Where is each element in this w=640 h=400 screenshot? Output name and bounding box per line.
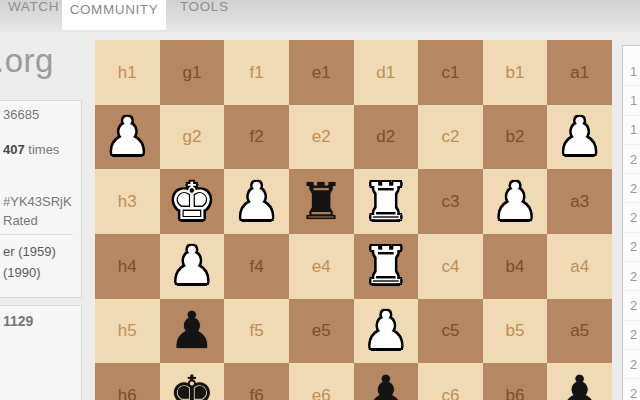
square-c1[interactable]: c1: [418, 40, 483, 105]
square-label: a3: [570, 193, 589, 210]
move-list-panel: 111222222222: [622, 45, 640, 400]
game-id-link[interactable]: #YK43SRjK: [3, 194, 72, 209]
square-h2[interactable]: ♟: [95, 105, 160, 170]
square-c5[interactable]: c5: [418, 299, 483, 364]
square-h6[interactable]: h6: [95, 363, 160, 400]
square-label: f5: [249, 322, 263, 339]
move-row[interactable]: 1: [623, 57, 640, 86]
move-number: 1: [623, 93, 637, 108]
move-number: 2: [623, 210, 637, 225]
move-row[interactable]: 1: [623, 86, 640, 115]
move-number: 2: [623, 181, 637, 196]
piece-white-rook: ♜: [363, 170, 409, 234]
square-label: h3: [118, 193, 137, 210]
square-f3[interactable]: ♟: [224, 169, 289, 234]
move-row[interactable]: 2: [623, 321, 640, 350]
square-label: c4: [441, 258, 459, 275]
piece-black-rook: ♜: [298, 170, 344, 234]
square-g6[interactable]: ♚: [160, 363, 225, 400]
move-row[interactable]: 2: [623, 233, 640, 262]
move-row[interactable]: 2: [623, 379, 640, 400]
square-label: a1: [570, 64, 589, 81]
square-label: f1: [249, 64, 263, 81]
analysis-box: 1129: [0, 305, 82, 400]
move-row[interactable]: 2: [623, 203, 640, 232]
piece-white-pawn: ♟: [169, 234, 215, 298]
square-e1[interactable]: e1: [289, 40, 354, 105]
piece-white-king: ♚: [169, 170, 215, 234]
square-g4[interactable]: ♟: [160, 234, 225, 299]
square-d1[interactable]: d1: [354, 40, 419, 105]
move-row[interactable]: 2: [623, 350, 640, 379]
square-a2[interactable]: ♟: [547, 105, 612, 170]
piece-black-king: ♚: [169, 363, 215, 400]
square-g2[interactable]: g2: [160, 105, 225, 170]
piece-black-pawn: ♟: [169, 299, 215, 363]
times-suffix: times: [25, 142, 60, 157]
square-h1[interactable]: h1: [95, 40, 160, 105]
move-number: 2: [623, 386, 637, 400]
square-label: h6: [118, 387, 137, 400]
square-e4[interactable]: e4: [289, 234, 354, 299]
square-c2[interactable]: c2: [418, 105, 483, 170]
move-row[interactable]: 1: [623, 116, 640, 145]
square-f2[interactable]: f2: [224, 105, 289, 170]
square-label: e4: [312, 258, 331, 275]
square-e2[interactable]: e2: [289, 105, 354, 170]
square-label: c3: [441, 193, 459, 210]
square-a6[interactable]: ♟: [547, 363, 612, 400]
piece-white-rook: ♜: [363, 234, 409, 298]
square-a1[interactable]: a1: [547, 40, 612, 105]
move-number: 2: [623, 239, 637, 254]
square-f5[interactable]: f5: [224, 299, 289, 364]
times-text: 407 times: [3, 142, 59, 157]
square-b6[interactable]: b6: [483, 363, 548, 400]
square-d6[interactable]: ♟: [354, 363, 419, 400]
square-b2[interactable]: b2: [483, 105, 548, 170]
square-a3[interactable]: a3: [547, 169, 612, 234]
square-label: e6: [312, 387, 331, 400]
square-b5[interactable]: b5: [483, 299, 548, 364]
move-row[interactable]: 2: [623, 291, 640, 320]
square-d2[interactable]: d2: [354, 105, 419, 170]
square-label: e2: [312, 128, 331, 145]
views-link[interactable]: 36685: [3, 107, 39, 122]
square-label: g1: [182, 64, 201, 81]
nav-item-watch[interactable]: WATCH: [8, 0, 59, 17]
square-e3[interactable]: ♜: [289, 169, 354, 234]
square-label: e1: [312, 64, 331, 81]
square-label: a4: [570, 258, 589, 275]
square-label: b2: [506, 128, 525, 145]
square-label: b6: [506, 387, 525, 400]
nav-item-community[interactable]: COMMUNITY: [70, 0, 159, 20]
square-label: f2: [249, 128, 263, 145]
square-label: a5: [570, 322, 589, 339]
nav-tab-community[interactable]: COMMUNITY: [62, 0, 166, 30]
square-h5[interactable]: h5: [95, 299, 160, 364]
square-label: b1: [506, 64, 525, 81]
square-e6[interactable]: e6: [289, 363, 354, 400]
move-number: 2: [623, 269, 637, 284]
move-row[interactable]: 2: [623, 174, 640, 203]
move-number: 1: [623, 64, 637, 79]
move-number: 2: [623, 357, 637, 372]
square-g1[interactable]: g1: [160, 40, 225, 105]
move-number: 2: [623, 152, 637, 167]
rating-chart-line: [1, 384, 25, 400]
square-h4[interactable]: h4: [95, 234, 160, 299]
times-count: 407: [3, 142, 25, 157]
square-label: h5: [118, 322, 137, 339]
square-a5[interactable]: a5: [547, 299, 612, 364]
piece-white-pawn: ♟: [363, 299, 409, 363]
move-number: 2: [623, 327, 637, 342]
black-player-label[interactable]: (1990): [3, 265, 41, 280]
move-row[interactable]: 2: [623, 145, 640, 174]
game-mode-label: Rated: [3, 213, 38, 228]
square-h3[interactable]: h3: [95, 169, 160, 234]
move-number: 1: [623, 122, 637, 137]
square-label: g2: [182, 128, 201, 145]
piece-white-pawn: ♟: [234, 170, 280, 234]
square-label: b5: [506, 322, 525, 339]
square-g3[interactable]: ♚: [160, 169, 225, 234]
square-label: e5: [312, 322, 331, 339]
square-label: c2: [441, 128, 459, 145]
square-d5[interactable]: ♟: [354, 299, 419, 364]
square-c4[interactable]: c4: [418, 234, 483, 299]
square-label: h1: [118, 64, 137, 81]
move-number: 2: [623, 298, 637, 313]
square-f1[interactable]: f1: [224, 40, 289, 105]
square-f6[interactable]: f6: [224, 363, 289, 400]
square-label: d2: [376, 128, 395, 145]
square-label: b4: [506, 258, 525, 275]
square-label: d1: [376, 64, 395, 81]
square-b3[interactable]: ♟: [483, 169, 548, 234]
square-b4[interactable]: b4: [483, 234, 548, 299]
white-player-label[interactable]: er (1959): [3, 244, 56, 259]
move-row[interactable]: 2: [623, 262, 640, 291]
square-d3[interactable]: ♜: [354, 169, 419, 234]
square-g5[interactable]: ♟: [160, 299, 225, 364]
square-label: c5: [441, 322, 459, 339]
square-f4[interactable]: f4: [224, 234, 289, 299]
piece-black-pawn: ♟: [557, 363, 603, 400]
square-label: f6: [249, 387, 263, 400]
piece-white-pawn: ♟: [492, 170, 538, 234]
square-label: f4: [249, 258, 263, 275]
square-label: c1: [441, 64, 459, 81]
square-c6[interactable]: c6: [418, 363, 483, 400]
chess-board: h1g1f1e1d1c1b1a1♟g2f2e2d2c2b2♟h3♚♟♜♜c3♟a…: [95, 40, 612, 400]
game-info-box: 36685 407 times #YK43SRjK Rated er (1959…: [0, 100, 82, 298]
square-label: h4: [118, 258, 137, 275]
square-a4[interactable]: a4: [547, 234, 612, 299]
analysis-value: 1129: [3, 313, 33, 329]
square-b1[interactable]: b1: [483, 40, 548, 105]
site-logo: .org: [0, 42, 54, 80]
square-c3[interactable]: c3: [418, 169, 483, 234]
piece-black-pawn: ♟: [363, 363, 409, 400]
square-e5[interactable]: e5: [289, 299, 354, 364]
divider: [0, 234, 73, 235]
piece-white-pawn: ♟: [557, 105, 603, 169]
square-label: c6: [441, 387, 459, 400]
nav-item-tools[interactable]: TOOLS: [180, 0, 229, 17]
piece-white-pawn: ♟: [104, 105, 150, 169]
square-d4[interactable]: ♜: [354, 234, 419, 299]
top-nav: WATCH COMMUNITY TOOLS: [0, 0, 640, 33]
